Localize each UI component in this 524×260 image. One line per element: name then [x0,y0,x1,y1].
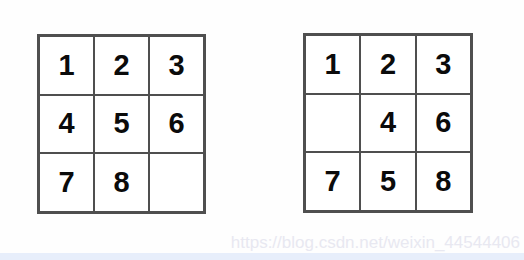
left-cell-r1c3: 3 [149,36,204,95]
left-cell-r2c3: 6 [149,95,204,154]
right-cell-r3c2: 5 [360,152,415,211]
left-cell-r3c1: 7 [39,153,94,212]
right-puzzle-board: 1 2 3 4 6 7 5 8 [303,33,473,213]
right-cell-r2c3: 6 [416,94,471,153]
left-cell-r3c2: 8 [94,153,149,212]
left-puzzle-board: 1 2 3 4 5 6 7 8 [37,34,206,214]
puzzle-diagram: 1 2 3 4 5 6 7 8 1 2 3 4 6 7 5 8 https://… [0,0,524,260]
right-cell-r3c1: 7 [305,152,360,211]
bottom-strip [0,253,524,260]
left-cell-r1c2: 2 [94,36,149,95]
right-cell-r1c1: 1 [305,35,360,94]
left-cell-r2c1: 4 [39,95,94,154]
csdn-watermark: https://blog.csdn.net/weixin_44544406 [231,233,520,253]
right-cell-r1c2: 2 [360,35,415,94]
right-cell-r2c1-blank [305,94,360,153]
right-cell-r1c3: 3 [416,35,471,94]
right-cell-r2c2: 4 [360,94,415,153]
left-cell-r1c1: 1 [39,36,94,95]
right-cell-r3c3: 8 [416,152,471,211]
left-cell-r3c3-blank [149,153,204,212]
left-cell-r2c2: 5 [94,95,149,154]
